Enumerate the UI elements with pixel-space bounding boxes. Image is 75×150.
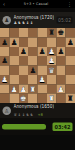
square-a8[interactable] — [0, 28, 9, 37]
black-p-piece: ♟ — [20, 47, 27, 56]
opponent-player-row: ♟ Anonymous (1720) ♟♞♞♝♝ 05:02 — [0, 12, 75, 28]
square-a4[interactable] — [0, 66, 9, 75]
white-p-piece: ♟ — [39, 75, 46, 84]
square-e8[interactable] — [38, 28, 47, 37]
square-f3[interactable] — [47, 75, 56, 84]
square-b3[interactable] — [9, 75, 18, 84]
square-a3[interactable]: ♟ — [0, 75, 9, 84]
square-c7[interactable] — [19, 37, 28, 46]
white-p-piece: ♟ — [48, 47, 55, 56]
player-avatar: ♙ — [3, 106, 12, 115]
square-d1[interactable] — [28, 94, 37, 103]
white-p-piece: ♟ — [58, 84, 65, 93]
square-d6[interactable] — [28, 47, 37, 56]
back-icon[interactable]: ‹ — [3, 0, 5, 8]
action-button[interactable] — [2, 124, 46, 130]
square-e7[interactable] — [38, 37, 47, 46]
square-e4[interactable] — [38, 66, 47, 75]
square-c3[interactable] — [19, 75, 28, 84]
square-c1[interactable]: ♚ — [19, 94, 28, 103]
white-p-piece: ♟ — [1, 75, 8, 84]
square-d2[interactable]: ♜ — [28, 84, 37, 93]
black-r-piece: ♜ — [48, 28, 55, 37]
square-h6[interactable] — [66, 47, 75, 56]
square-a7[interactable]: ♟ — [0, 37, 9, 46]
bottom-controls: 03:42 — [0, 118, 75, 135]
square-b7[interactable]: ♟ — [9, 37, 18, 46]
black-p-piece: ♟ — [29, 66, 36, 75]
square-b4[interactable] — [9, 66, 18, 75]
square-e2[interactable] — [38, 84, 47, 93]
square-c5[interactable] — [19, 56, 28, 65]
square-g7[interactable] — [56, 37, 65, 46]
top-app-bar: ‹ 5+3 • Casual ⋮ — [0, 0, 75, 8]
square-d4[interactable]: ♟ — [28, 66, 37, 75]
square-f8[interactable]: ♜ — [47, 28, 56, 37]
square-h8[interactable] — [66, 28, 75, 37]
square-e3[interactable]: ♟ — [38, 75, 47, 84]
square-h2[interactable] — [66, 84, 75, 93]
square-h4[interactable] — [66, 66, 75, 75]
white-r-piece: ♜ — [48, 94, 55, 103]
chess-app-screen: ‹ 5+3 • Casual ⋮ ♟ Anonymous (1720) ♟♞♞♝… — [0, 0, 75, 150]
opponent-avatar: ♟ — [3, 16, 12, 25]
square-a6[interactable] — [0, 47, 9, 56]
black-p-piece: ♟ — [11, 37, 18, 46]
square-c6[interactable]: ♟ — [19, 47, 28, 56]
white-r-piece: ♜ — [29, 84, 36, 93]
opponent-captured-pieces: ♟♞♞♝♝ — [14, 21, 55, 26]
square-b5[interactable] — [9, 56, 18, 65]
black-p-piece: ♟ — [58, 47, 65, 56]
white-p-piece: ♟ — [20, 84, 27, 93]
square-f4[interactable]: ♛ — [47, 66, 56, 75]
square-a1[interactable] — [0, 94, 9, 103]
square-g4[interactable] — [56, 66, 65, 75]
black-p-piece: ♟ — [39, 47, 46, 56]
square-a5[interactable]: ♟ — [0, 56, 9, 65]
square-f1[interactable]: ♜ — [47, 94, 56, 103]
square-d7[interactable] — [28, 37, 37, 46]
square-h3[interactable] — [66, 75, 75, 84]
square-c8[interactable] — [19, 28, 28, 37]
square-f5[interactable]: ♟ — [47, 56, 56, 65]
square-c2[interactable]: ♟ — [19, 84, 28, 93]
bottom-filler — [0, 135, 75, 150]
black-p-piece: ♟ — [67, 37, 74, 46]
player-clock-active: 03:42 — [53, 122, 73, 131]
game-title: 5+3 • Casual — [24, 2, 49, 6]
square-b2[interactable]: ♟ — [9, 84, 18, 93]
square-h1[interactable]: ♜ — [66, 94, 75, 103]
square-c4[interactable] — [19, 66, 28, 75]
black-k-piece: ♚ — [58, 28, 65, 37]
square-e6[interactable]: ♟ — [38, 47, 47, 56]
opponent-name: Anonymous (1720) — [14, 15, 55, 20]
square-b1[interactable] — [9, 94, 18, 103]
square-e5[interactable] — [38, 56, 47, 65]
black-r-piece: ♜ — [67, 94, 74, 103]
opponent-clock: 05:02 — [57, 17, 73, 24]
square-f7[interactable] — [47, 37, 56, 46]
player-captured-pieces: ♛♝♝♞♞ — [14, 112, 34, 117]
white-p-piece: ♟ — [48, 56, 55, 65]
square-f6[interactable]: ♟ — [47, 47, 56, 56]
square-b6[interactable] — [9, 47, 18, 56]
white-p-piece: ♟ — [11, 84, 18, 93]
square-f2[interactable] — [47, 84, 56, 93]
square-g2[interactable]: ♟ — [56, 84, 65, 93]
chess-board: ♜♚♟♟♟♟♟♟♟♟♟♟♛♟♟♟♟♜♟♚♜♜ — [0, 28, 75, 103]
square-d3[interactable] — [28, 75, 37, 84]
square-g6[interactable]: ♟ — [56, 47, 65, 56]
black-p-piece: ♟ — [1, 37, 8, 46]
material-advantage: +8 — [37, 112, 43, 117]
square-g3[interactable] — [56, 75, 65, 84]
menu-icon[interactable]: ⋮ — [67, 0, 72, 8]
white-k-piece: ♚ — [20, 94, 27, 103]
black-p-piece: ♟ — [1, 56, 8, 65]
white-q-piece: ♛ — [48, 66, 55, 75]
square-d5[interactable] — [28, 56, 37, 65]
square-b8[interactable] — [9, 28, 18, 37]
square-e1[interactable] — [38, 94, 47, 103]
square-g1[interactable] — [56, 94, 65, 103]
player-row: ♙ Anonymous (1650) ♛♝♝♞♞ +8 — [0, 103, 75, 118]
square-g8[interactable]: ♚ — [56, 28, 65, 37]
square-a2[interactable] — [0, 84, 9, 93]
square-d8[interactable] — [28, 28, 37, 37]
square-h5[interactable] — [66, 56, 75, 65]
square-g5[interactable] — [56, 56, 65, 65]
square-h7[interactable]: ♟ — [66, 37, 75, 46]
